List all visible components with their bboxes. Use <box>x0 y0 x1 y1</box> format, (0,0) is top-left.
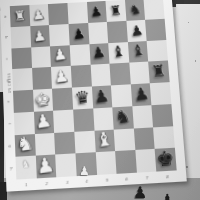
black-bishop: ♝ <box>111 44 127 61</box>
white-pawn: ♟ <box>36 155 56 178</box>
square-g4[interactable] <box>74 130 95 153</box>
square-b4[interactable]: ♟ <box>68 23 88 45</box>
rank-label: 4 <box>85 179 88 184</box>
vinyl-board: ♜♟♟♜♞♟♟♟♟♟♝♝♟♜♚♛♟♟♟♞♞♝♞US CHESS♟♚ 123456… <box>0 0 187 192</box>
file-label: b <box>5 36 9 38</box>
square-h1[interactable]: ♞US CHESS <box>15 156 36 180</box>
square-e2[interactable]: ♚ <box>33 89 54 112</box>
square-h8[interactable]: ♚ <box>155 148 177 172</box>
chessboard-photo: ♜♟♟♜♞♟♟♟♟♟♝♝♟♜♚♛♟♟♟♞♞♝♞US CHESS♟♚ 123456… <box>0 0 200 200</box>
square-c2[interactable] <box>31 46 51 68</box>
square-c1[interactable] <box>11 47 31 69</box>
black-pawn: ♟ <box>90 5 104 19</box>
square-d1[interactable] <box>12 68 32 91</box>
square-b7[interactable]: ♟ <box>126 20 147 42</box>
rank-label: 6 <box>126 177 129 182</box>
square-f2[interactable]: ♟ <box>34 110 55 133</box>
square-e1[interactable] <box>13 90 34 113</box>
square-f4[interactable] <box>73 108 94 131</box>
square-h3[interactable] <box>55 154 76 178</box>
square-b5[interactable] <box>88 22 109 44</box>
white-king: ♚ <box>34 90 51 109</box>
square-d4[interactable] <box>71 65 92 88</box>
captured-black-piece: ♟ <box>133 185 147 200</box>
square-c8[interactable] <box>147 39 168 61</box>
square-h7[interactable] <box>135 149 157 173</box>
square-b8[interactable] <box>145 19 166 41</box>
black-pawn: ♟ <box>71 26 86 42</box>
rank-label: 7 <box>146 175 149 180</box>
square-g1[interactable]: ♞ <box>15 134 36 157</box>
square-a2[interactable]: ♟ <box>29 4 49 26</box>
square-h2[interactable]: ♟ <box>35 155 56 179</box>
black-rook: ♜ <box>109 4 123 18</box>
white-pawn: ♟ <box>32 8 46 22</box>
square-d6[interactable] <box>110 63 131 86</box>
square-e7[interactable]: ♟ <box>131 83 152 106</box>
white-rook: ♜ <box>13 9 26 23</box>
square-b6[interactable] <box>107 21 128 43</box>
square-g7[interactable] <box>134 127 155 150</box>
square-e4[interactable]: ♛ <box>72 86 93 109</box>
black-knight: ♞ <box>128 3 142 17</box>
black-queen: ♛ <box>74 88 91 107</box>
square-g8[interactable] <box>153 126 175 149</box>
white-pawn: ♟ <box>33 28 47 44</box>
square-e3[interactable] <box>52 88 73 111</box>
captured-black-piece: ♟ <box>161 192 174 200</box>
square-b2[interactable]: ♟ <box>30 25 50 47</box>
square-f3[interactable] <box>53 109 74 132</box>
square-e8[interactable] <box>150 82 171 105</box>
rank-label: 8 <box>166 174 169 179</box>
white-knight: ♞ <box>15 134 34 155</box>
logo-text: US CHESS <box>20 171 32 175</box>
dust-speck <box>186 166 188 168</box>
square-a6[interactable]: ♜ <box>106 0 127 22</box>
white-pawn: ♟ <box>53 48 68 65</box>
dust-speck <box>188 22 189 23</box>
black-bishop: ♝ <box>130 43 146 60</box>
square-d2[interactable] <box>32 67 53 90</box>
square-g5[interactable]: ♝ <box>94 129 115 152</box>
black-pawn: ♟ <box>93 87 111 106</box>
square-c5[interactable]: ♟ <box>89 43 110 65</box>
rank-label: 3 <box>65 180 68 185</box>
captured-white-pawn: ♟ <box>79 165 90 177</box>
square-c3[interactable]: ♟ <box>50 45 71 67</box>
white-pawn: ♟ <box>53 68 69 86</box>
logo-knight-icon: ♞ <box>21 159 31 170</box>
black-king: ♚ <box>155 148 176 170</box>
file-label: a <box>4 16 8 18</box>
rank-label: 2 <box>45 181 48 186</box>
black-pawn: ♟ <box>91 45 107 62</box>
square-d7[interactable] <box>129 62 150 85</box>
rank-label: 5 <box>105 178 108 183</box>
square-e5[interactable]: ♟ <box>91 85 112 108</box>
square-a4[interactable] <box>67 2 87 24</box>
square-a8[interactable] <box>144 0 165 20</box>
white-pawn: ♟ <box>35 112 53 132</box>
square-g2[interactable] <box>35 132 56 155</box>
file-label: h <box>9 167 13 170</box>
square-c4[interactable] <box>70 44 91 66</box>
black-pawn: ♟ <box>132 85 150 104</box>
file-label: f <box>8 123 12 125</box>
black-pawn: ♟ <box>129 23 144 38</box>
square-d8[interactable]: ♜ <box>149 61 170 84</box>
square-f6[interactable]: ♞ <box>112 106 133 129</box>
square-g6[interactable] <box>114 128 135 151</box>
square-a3[interactable] <box>48 3 68 25</box>
square-d3[interactable]: ♟ <box>51 66 72 89</box>
us-chess-logo: ♞US CHESS <box>17 157 36 179</box>
square-f8[interactable] <box>152 104 173 127</box>
board-grid: ♜♟♟♜♞♟♟♟♟♟♝♝♟♜♚♛♟♟♟♞♞♝♞US CHESS♟♚ <box>10 0 177 180</box>
square-a1[interactable]: ♜ <box>10 5 30 27</box>
rank-label: 1 <box>25 182 28 187</box>
black-rook: ♜ <box>151 63 168 81</box>
black-knight: ♞ <box>114 107 133 127</box>
square-c6[interactable]: ♝ <box>108 42 129 64</box>
square-f7[interactable] <box>132 105 153 128</box>
square-e6[interactable] <box>111 84 132 107</box>
square-g3[interactable] <box>54 131 75 154</box>
square-f1[interactable] <box>14 112 35 135</box>
square-f5[interactable] <box>93 107 114 130</box>
white-bishop: ♝ <box>95 130 115 151</box>
file-label: g <box>8 145 12 148</box>
square-c7[interactable]: ♝ <box>128 41 149 63</box>
square-b1[interactable] <box>11 26 31 48</box>
square-b3[interactable] <box>49 24 69 46</box>
square-h6[interactable] <box>115 150 136 174</box>
dust-speck <box>195 60 196 62</box>
square-h5[interactable] <box>95 151 116 175</box>
square-a5[interactable]: ♟ <box>86 1 106 23</box>
square-d5[interactable] <box>90 64 111 87</box>
square-a7[interactable]: ♞ <box>125 0 146 21</box>
